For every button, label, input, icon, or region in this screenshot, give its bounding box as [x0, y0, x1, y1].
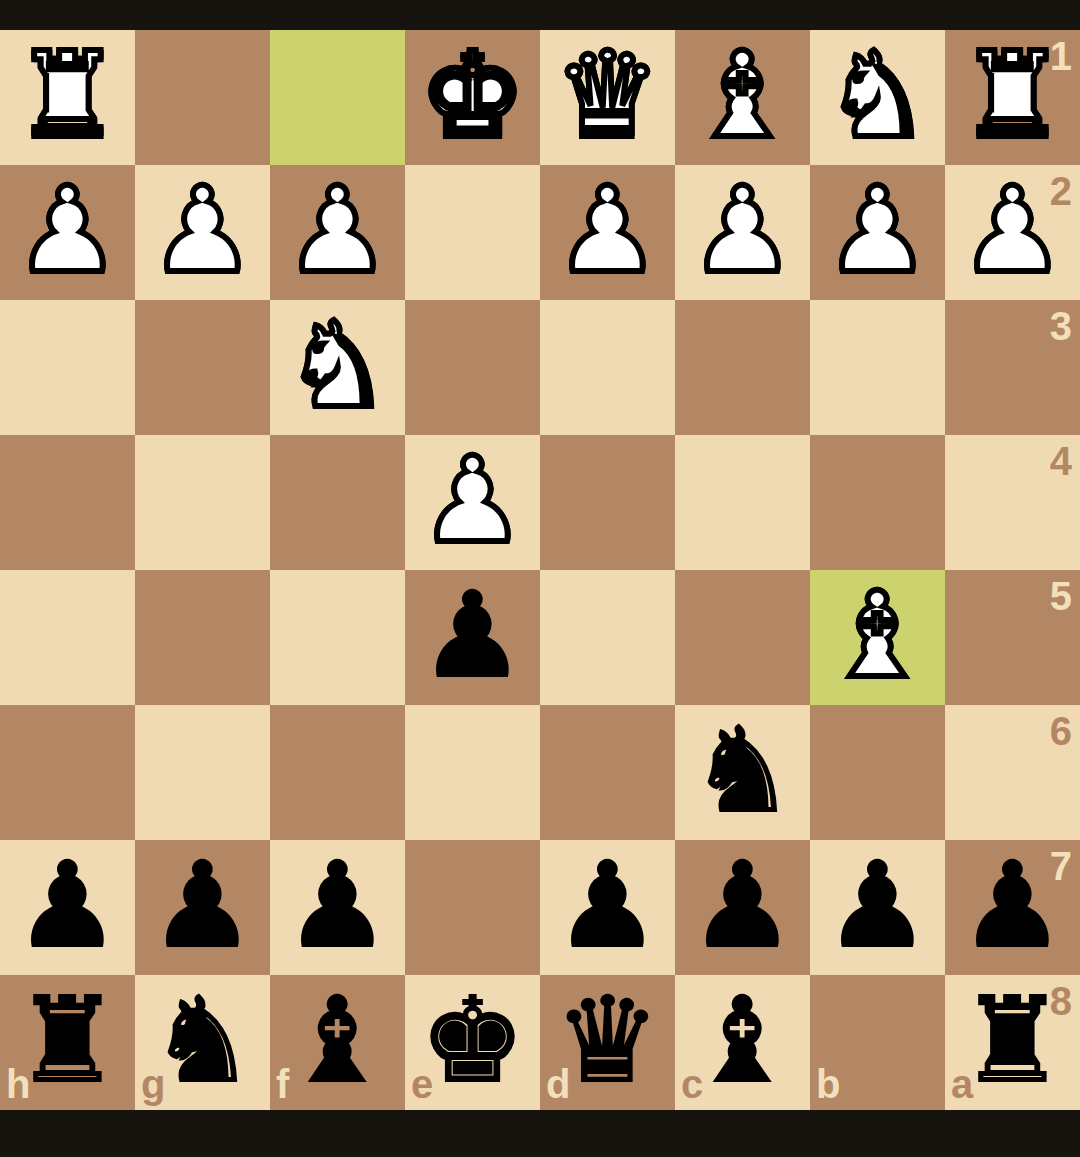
- chess-board: ♜♚♛♝♞♜1♟♟♟♟♟♟♟2♞3♟4♟♝5♞6♟♟♟♟♟♟♟7♜h♞g♝f♚e…: [0, 30, 1080, 1110]
- white-pawn-piece[interactable]: ♟: [675, 165, 810, 300]
- black-pawn-piece[interactable]: ♟: [810, 840, 945, 975]
- square-b1[interactable]: ♞: [810, 30, 945, 165]
- square-d4[interactable]: [540, 435, 675, 570]
- white-pawn-piece[interactable]: ♟: [135, 165, 270, 300]
- square-e1[interactable]: ♚: [405, 30, 540, 165]
- square-h6[interactable]: [0, 705, 135, 840]
- square-d6[interactable]: [540, 705, 675, 840]
- black-knight-piece[interactable]: ♞: [675, 705, 810, 840]
- square-f7[interactable]: ♟: [270, 840, 405, 975]
- square-f3[interactable]: ♞: [270, 300, 405, 435]
- square-e3[interactable]: [405, 300, 540, 435]
- white-pawn-piece[interactable]: ♟: [810, 165, 945, 300]
- white-bishop-piece[interactable]: ♝: [810, 570, 945, 705]
- white-rook-piece[interactable]: ♜: [0, 30, 135, 165]
- square-b6[interactable]: [810, 705, 945, 840]
- square-b4[interactable]: [810, 435, 945, 570]
- black-pawn-piece[interactable]: ♟: [405, 570, 540, 705]
- white-pawn-piece[interactable]: ♟: [540, 165, 675, 300]
- square-a1[interactable]: ♜1: [945, 30, 1080, 165]
- rank-label-8: 8: [1050, 981, 1072, 1021]
- square-c1[interactable]: ♝: [675, 30, 810, 165]
- black-pawn-piece[interactable]: ♟: [675, 840, 810, 975]
- square-c7[interactable]: ♟: [675, 840, 810, 975]
- square-g2[interactable]: ♟: [135, 165, 270, 300]
- square-a6[interactable]: 6: [945, 705, 1080, 840]
- square-a3[interactable]: 3: [945, 300, 1080, 435]
- rank-label-4: 4: [1050, 441, 1072, 481]
- white-knight-piece[interactable]: ♞: [810, 30, 945, 165]
- square-f8[interactable]: ♝f: [270, 975, 405, 1110]
- square-f4[interactable]: [270, 435, 405, 570]
- square-h7[interactable]: ♟: [0, 840, 135, 975]
- square-c4[interactable]: [675, 435, 810, 570]
- white-pawn-piece[interactable]: ♟: [270, 165, 405, 300]
- square-c6[interactable]: ♞: [675, 705, 810, 840]
- square-c2[interactable]: ♟: [675, 165, 810, 300]
- square-c8[interactable]: ♝c: [675, 975, 810, 1110]
- square-h1[interactable]: ♜: [0, 30, 135, 165]
- square-c3[interactable]: [675, 300, 810, 435]
- square-f1[interactable]: [270, 30, 405, 165]
- square-g3[interactable]: [135, 300, 270, 435]
- square-h4[interactable]: [0, 435, 135, 570]
- file-label-c: c: [681, 1064, 703, 1104]
- square-b5[interactable]: ♝: [810, 570, 945, 705]
- rank-label-2: 2: [1050, 171, 1072, 211]
- rank-label-1: 1: [1050, 36, 1072, 76]
- white-king-piece[interactable]: ♚: [405, 30, 540, 165]
- black-pawn-piece[interactable]: ♟: [135, 840, 270, 975]
- white-pawn-piece[interactable]: ♟: [405, 435, 540, 570]
- square-g4[interactable]: [135, 435, 270, 570]
- square-a5[interactable]: 5: [945, 570, 1080, 705]
- file-label-g: g: [141, 1064, 165, 1104]
- square-e8[interactable]: ♚e: [405, 975, 540, 1110]
- square-h8[interactable]: ♜h: [0, 975, 135, 1110]
- rank-label-3: 3: [1050, 306, 1072, 346]
- rank-label-7: 7: [1050, 846, 1072, 886]
- square-b3[interactable]: [810, 300, 945, 435]
- square-f2[interactable]: ♟: [270, 165, 405, 300]
- white-bishop-piece[interactable]: ♝: [675, 30, 810, 165]
- square-b2[interactable]: ♟: [810, 165, 945, 300]
- white-queen-piece[interactable]: ♛: [540, 30, 675, 165]
- file-label-f: f: [276, 1064, 289, 1104]
- square-b7[interactable]: ♟: [810, 840, 945, 975]
- black-pawn-piece[interactable]: ♟: [540, 840, 675, 975]
- square-g5[interactable]: [135, 570, 270, 705]
- square-a7[interactable]: ♟7: [945, 840, 1080, 975]
- square-d5[interactable]: [540, 570, 675, 705]
- bottom-letterbox-bar: [0, 1110, 1080, 1157]
- square-d7[interactable]: ♟: [540, 840, 675, 975]
- square-d8[interactable]: ♛d: [540, 975, 675, 1110]
- square-c5[interactable]: [675, 570, 810, 705]
- screen: ♜♚♛♝♞♜1♟♟♟♟♟♟♟2♞3♟4♟♝5♞6♟♟♟♟♟♟♟7♜h♞g♝f♚e…: [0, 0, 1080, 1157]
- white-knight-piece[interactable]: ♞: [270, 300, 405, 435]
- square-h2[interactable]: ♟: [0, 165, 135, 300]
- file-label-h: h: [6, 1064, 30, 1104]
- square-a8[interactable]: ♜8a: [945, 975, 1080, 1110]
- square-d2[interactable]: ♟: [540, 165, 675, 300]
- file-label-e: e: [411, 1064, 433, 1104]
- square-h3[interactable]: [0, 300, 135, 435]
- black-pawn-piece[interactable]: ♟: [0, 840, 135, 975]
- square-g8[interactable]: ♞g: [135, 975, 270, 1110]
- square-e7[interactable]: [405, 840, 540, 975]
- black-bishop-piece[interactable]: ♝: [270, 975, 405, 1110]
- square-e6[interactable]: [405, 705, 540, 840]
- square-e4[interactable]: ♟: [405, 435, 540, 570]
- rank-label-6: 6: [1050, 711, 1072, 751]
- square-f5[interactable]: [270, 570, 405, 705]
- square-e2[interactable]: [405, 165, 540, 300]
- square-d1[interactable]: ♛: [540, 30, 675, 165]
- square-e5[interactable]: ♟: [405, 570, 540, 705]
- rank-label-5: 5: [1050, 576, 1072, 616]
- square-f6[interactable]: [270, 705, 405, 840]
- file-label-b: b: [816, 1064, 840, 1104]
- file-label-d: d: [546, 1064, 570, 1104]
- file-label-a: a: [951, 1064, 973, 1104]
- square-d3[interactable]: [540, 300, 675, 435]
- black-pawn-piece[interactable]: ♟: [270, 840, 405, 975]
- square-g6[interactable]: [135, 705, 270, 840]
- square-h5[interactable]: [0, 570, 135, 705]
- white-pawn-piece[interactable]: ♟: [0, 165, 135, 300]
- square-g7[interactable]: ♟: [135, 840, 270, 975]
- square-a4[interactable]: 4: [945, 435, 1080, 570]
- square-g1[interactable]: [135, 30, 270, 165]
- square-b8[interactable]: b: [810, 975, 945, 1110]
- square-a2[interactable]: ♟2: [945, 165, 1080, 300]
